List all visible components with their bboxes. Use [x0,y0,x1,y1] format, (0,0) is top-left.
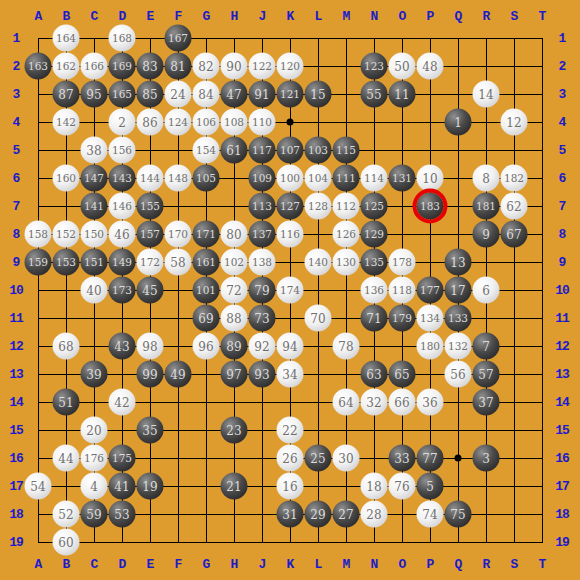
stone-number: 35 [142,424,157,436]
coord-label-right-6: 6 [559,171,566,186]
stone-A8: 158 [25,221,52,248]
stone-number: 73 [254,312,269,324]
stone-number: 80 [226,228,241,240]
stone-number: 100 [280,173,300,184]
coord-label-left-4: 4 [13,115,20,130]
coord-label-bottom-R: R [483,557,490,572]
stone-D4: 2 [109,109,136,136]
stone-B2: 162 [53,53,80,80]
stone-E8: 157 [137,221,164,248]
stone-number: 20 [86,424,101,436]
stone-D9: 149 [109,249,136,276]
stone-S7: 62 [501,193,528,220]
stone-number: 131 [392,173,412,184]
stone-number: 116 [280,229,300,240]
stone-Q10: 17 [445,277,472,304]
coord-label-right-14: 14 [555,395,569,410]
stone-H8: 80 [221,221,248,248]
stone-number: 125 [364,201,384,212]
stone-L16: 25 [305,445,332,472]
coord-label-top-B: B [63,9,70,24]
stone-number: 158 [28,229,48,240]
stone-B16: 44 [53,445,80,472]
stone-M6: 111 [333,165,360,192]
stone-H5: 61 [221,137,248,164]
stone-B6: 160 [53,165,80,192]
stone-G6: 105 [193,165,220,192]
coord-label-bottom-H: H [231,557,238,572]
coord-label-right-12: 12 [555,339,569,354]
stone-number: 123 [364,61,384,72]
stone-number: 159 [28,257,48,268]
stone-number: 70 [310,312,325,324]
stone-L7: 128 [305,193,332,220]
stone-K5: 107 [277,137,304,164]
stone-number: 38 [86,144,101,156]
stone-J9: 138 [249,249,276,276]
stone-number: 85 [142,88,157,100]
coord-label-left-11: 11 [9,311,23,326]
stone-K17: 16 [277,473,304,500]
stone-G3: 84 [193,81,220,108]
stone-number: 148 [168,173,188,184]
stone-G10: 101 [193,277,220,304]
stone-number: 26 [282,452,297,464]
stone-P10: 177 [417,277,444,304]
grid-line-horizontal [38,542,543,543]
stone-P11: 134 [417,305,444,332]
stone-number: 36 [422,396,437,408]
coord-label-right-19: 19 [555,535,569,550]
stone-number: 143 [112,173,132,184]
stone-number: 68 [58,340,73,352]
stone-H17: 21 [221,473,248,500]
stone-number: 3 [482,452,490,464]
coord-label-top-A: A [35,9,42,24]
stone-Q13: 56 [445,361,472,388]
coord-label-top-H: H [231,9,238,24]
stone-number: 62 [506,200,521,212]
coord-label-left-5: 5 [13,143,20,158]
stone-N13: 63 [361,361,388,388]
stone-number: 30 [338,452,353,464]
coord-label-bottom-P: P [427,557,434,572]
stone-F8: 170 [165,221,192,248]
star-point [287,119,294,126]
coord-label-top-D: D [119,9,126,24]
stone-C17: 4 [81,473,108,500]
stone-M18: 27 [333,501,360,528]
coord-label-right-3: 3 [559,87,566,102]
stone-number: 142 [56,117,76,128]
stone-number: 108 [224,117,244,128]
stone-number: 25 [310,452,325,464]
go-board[interactable]: AABBCCDDEEFFGGHHJJKKLLMMNNOOPPQQRRSSTT11… [0,0,580,580]
stone-number: 104 [308,173,328,184]
stone-L6: 104 [305,165,332,192]
stone-number: 128 [308,201,328,212]
stone-number: 24 [170,88,185,100]
stone-P18: 74 [417,501,444,528]
stone-number: 135 [364,257,384,268]
stone-number: 181 [476,201,496,212]
stone-K10: 174 [277,277,304,304]
stone-F1: 167 [165,25,192,52]
stone-C18: 59 [81,501,108,528]
coord-label-left-6: 6 [13,171,20,186]
stone-J6: 109 [249,165,276,192]
stone-B19: 60 [53,529,80,556]
stone-H2: 90 [221,53,248,80]
stone-number: 121 [280,89,300,100]
stone-number: 141 [84,201,104,212]
stone-number: 146 [112,201,132,212]
stone-number: 155 [140,201,160,212]
stone-number: 94 [282,340,297,352]
stone-F2: 81 [165,53,192,80]
stone-number: 109 [252,173,272,184]
stone-O17: 76 [389,473,416,500]
stone-J4: 110 [249,109,276,136]
stone-number: 140 [308,257,328,268]
coord-label-bottom-O: O [399,557,406,572]
stone-K7: 127 [277,193,304,220]
stone-number: 22 [282,424,297,436]
stone-O10: 118 [389,277,416,304]
stone-number: 23 [226,424,241,436]
stone-number: 136 [364,285,384,296]
stone-K2: 120 [277,53,304,80]
stone-Q4: 1 [445,109,472,136]
coord-label-left-10: 10 [9,283,23,298]
stone-N18: 28 [361,501,388,528]
stone-E3: 85 [137,81,164,108]
stone-O11: 179 [389,305,416,332]
coord-label-left-1: 1 [13,31,20,46]
stone-number: 110 [252,117,272,128]
stone-number: 86 [142,116,157,128]
coord-label-top-Q: Q [455,9,462,24]
stone-S8: 67 [501,221,528,248]
coord-label-right-1: 1 [559,31,566,46]
stone-number: 183 [420,201,440,212]
stone-L5: 103 [305,137,332,164]
stone-D7: 146 [109,193,136,220]
coord-label-top-C: C [91,9,98,24]
coord-label-left-8: 8 [13,227,20,242]
stone-B3: 87 [53,81,80,108]
stone-number: 174 [280,285,300,296]
coord-label-left-19: 19 [9,535,23,550]
coord-label-right-5: 5 [559,143,566,158]
stone-number: 180 [420,341,440,352]
stone-number: 67 [506,228,521,240]
stone-C2: 166 [81,53,108,80]
stone-number: 120 [280,61,300,72]
stone-number: 41 [114,480,129,492]
stone-number: 160 [56,173,76,184]
stone-number: 111 [336,173,356,184]
coord-label-right-2: 2 [559,59,566,74]
stone-D2: 169 [109,53,136,80]
stone-number: 156 [112,145,132,156]
stone-number: 17 [450,284,465,296]
coord-label-bottom-M: M [343,557,350,572]
stone-number: 170 [168,229,188,240]
stone-number: 83 [142,60,157,72]
stone-D1: 168 [109,25,136,52]
stone-N10: 136 [361,277,388,304]
stone-B14: 51 [53,389,80,416]
stone-number: 13 [450,256,465,268]
grid-line-vertical [542,38,543,543]
stone-number: 113 [252,201,272,212]
stone-number: 43 [114,340,129,352]
stone-number: 134 [420,313,440,324]
stone-number: 96 [198,340,213,352]
stone-P2: 48 [417,53,444,80]
coord-label-left-9: 9 [13,255,20,270]
coord-label-top-J: J [259,9,266,24]
stone-B1: 164 [53,25,80,52]
stone-number: 152 [56,229,76,240]
stone-H3: 47 [221,81,248,108]
stone-number: 59 [86,508,101,520]
stone-D3: 165 [109,81,136,108]
stone-number: 72 [226,284,241,296]
stone-number: 8 [482,172,490,184]
stone-number: 48 [422,60,437,72]
stone-number: 4 [90,480,98,492]
stone-number: 112 [336,201,356,212]
stone-R3: 14 [473,81,500,108]
stone-number: 166 [84,61,104,72]
stone-number: 98 [142,340,157,352]
stone-number: 175 [112,453,132,464]
stone-number: 154 [196,145,216,156]
stone-K6: 100 [277,165,304,192]
stone-number: 150 [84,229,104,240]
stone-number: 28 [366,508,381,520]
stone-C16: 176 [81,445,108,472]
star-point [455,455,462,462]
coord-label-right-10: 10 [555,283,569,298]
stone-number: 84 [198,88,213,100]
stone-number: 61 [226,144,241,156]
stone-F13: 49 [165,361,192,388]
stone-number: 168 [112,33,132,44]
stone-H13: 97 [221,361,248,388]
coord-label-right-8: 8 [559,227,566,242]
stone-number: 1 [454,116,462,128]
stone-number: 78 [338,340,353,352]
stone-D14: 42 [109,389,136,416]
stone-O6: 131 [389,165,416,192]
stone-B4: 142 [53,109,80,136]
coord-label-left-16: 16 [9,451,23,466]
coord-label-top-K: K [287,9,294,24]
coord-label-top-M: M [343,9,350,24]
stone-number: 14 [478,88,493,100]
stone-number: 149 [112,257,132,268]
stone-number: 176 [84,453,104,464]
stone-E17: 19 [137,473,164,500]
coord-label-left-3: 3 [13,87,20,102]
stone-number: 64 [338,396,353,408]
stone-G8: 171 [193,221,220,248]
stone-C7: 141 [81,193,108,220]
coord-label-bottom-B: B [63,557,70,572]
stone-number: 126 [336,229,356,240]
stone-C8: 150 [81,221,108,248]
coord-label-top-E: E [147,9,154,24]
coord-label-top-N: N [371,9,378,24]
stone-number: 77 [422,452,437,464]
stone-number: 124 [168,117,188,128]
stone-number: 39 [86,368,101,380]
stone-E6: 144 [137,165,164,192]
stone-L9: 140 [305,249,332,276]
stone-number: 55 [366,88,381,100]
stone-number: 57 [478,368,493,380]
coord-label-bottom-E: E [147,557,154,572]
stone-number: 66 [394,396,409,408]
stone-O9: 178 [389,249,416,276]
stone-number: 107 [280,145,300,156]
stone-number: 15 [310,88,325,100]
stone-number: 10 [422,172,437,184]
stone-J8: 137 [249,221,276,248]
stone-E13: 99 [137,361,164,388]
stone-M7: 112 [333,193,360,220]
stone-number: 9 [482,228,490,240]
coord-label-top-L: L [315,9,322,24]
coord-label-bottom-S: S [511,557,518,572]
stone-number: 63 [366,368,381,380]
stone-number: 34 [282,368,297,380]
stone-number: 45 [142,284,157,296]
stone-P17: 5 [417,473,444,500]
stone-number: 19 [142,480,157,492]
stone-number: 138 [252,257,272,268]
stone-F3: 24 [165,81,192,108]
coord-label-top-G: G [203,9,210,24]
stone-G4: 106 [193,109,220,136]
stone-number: 21 [226,480,241,492]
stone-D10: 173 [109,277,136,304]
stone-number: 177 [420,285,440,296]
coord-label-top-R: R [483,9,490,24]
stone-number: 82 [198,60,213,72]
stone-number: 29 [310,508,325,520]
stone-number: 46 [114,228,129,240]
coord-label-right-16: 16 [555,451,569,466]
stone-P12: 180 [417,333,444,360]
stone-number: 18 [366,480,381,492]
stone-number: 7 [482,340,490,352]
stone-number: 71 [366,312,381,324]
coord-label-bottom-Q: Q [455,557,462,572]
coord-label-right-11: 11 [555,311,569,326]
stone-number: 132 [448,341,468,352]
stone-C6: 147 [81,165,108,192]
stone-P6: 10 [417,165,444,192]
stone-number: 97 [226,368,241,380]
stone-C3: 95 [81,81,108,108]
stone-G5: 154 [193,137,220,164]
stone-N3: 55 [361,81,388,108]
stone-E4: 86 [137,109,164,136]
stone-D18: 53 [109,501,136,528]
stone-number: 16 [282,480,297,492]
coord-label-left-14: 14 [9,395,23,410]
stone-number: 151 [84,257,104,268]
stone-number: 172 [140,257,160,268]
coord-label-top-S: S [511,9,518,24]
stone-M12: 78 [333,333,360,360]
coord-label-left-7: 7 [13,199,20,214]
coord-label-left-12: 12 [9,339,23,354]
coord-label-right-4: 4 [559,115,566,130]
stone-number: 129 [364,229,384,240]
stone-number: 5 [426,480,434,492]
stone-D12: 43 [109,333,136,360]
stone-number: 53 [114,508,129,520]
stone-number: 173 [112,285,132,296]
stone-number: 114 [364,173,384,184]
stone-M5: 115 [333,137,360,164]
stone-number: 91 [254,88,269,100]
stone-number: 42 [114,396,129,408]
stone-number: 90 [226,60,241,72]
stone-R10: 6 [473,277,500,304]
stone-number: 182 [504,173,524,184]
stone-number: 92 [254,340,269,352]
stone-number: 52 [58,508,73,520]
stone-M8: 126 [333,221,360,248]
stone-E9: 172 [137,249,164,276]
stone-F9: 58 [165,249,192,276]
stone-D17: 41 [109,473,136,500]
stone-number: 69 [198,312,213,324]
stone-G12: 96 [193,333,220,360]
stone-number: 117 [252,145,272,156]
stone-number: 89 [226,340,241,352]
stone-number: 47 [226,88,241,100]
stone-Q18: 75 [445,501,472,528]
coord-label-bottom-A: A [35,557,42,572]
stone-F6: 148 [165,165,192,192]
coord-label-right-17: 17 [555,479,569,494]
stone-E15: 35 [137,417,164,444]
stone-number: 81 [170,60,185,72]
stone-number: 115 [336,145,356,156]
stone-B8: 152 [53,221,80,248]
stone-number: 102 [224,257,244,268]
stone-E7: 155 [137,193,164,220]
stone-A17: 54 [25,473,52,500]
stone-P7: 183 [417,193,444,220]
coord-label-top-P: P [427,9,434,24]
stone-number: 54 [30,480,45,492]
stone-Q11: 133 [445,305,472,332]
coord-label-bottom-G: G [203,557,210,572]
stone-number: 127 [280,201,300,212]
stone-M9: 130 [333,249,360,276]
coord-label-right-15: 15 [555,423,569,438]
coord-label-right-9: 9 [559,255,566,270]
stone-number: 130 [336,257,356,268]
